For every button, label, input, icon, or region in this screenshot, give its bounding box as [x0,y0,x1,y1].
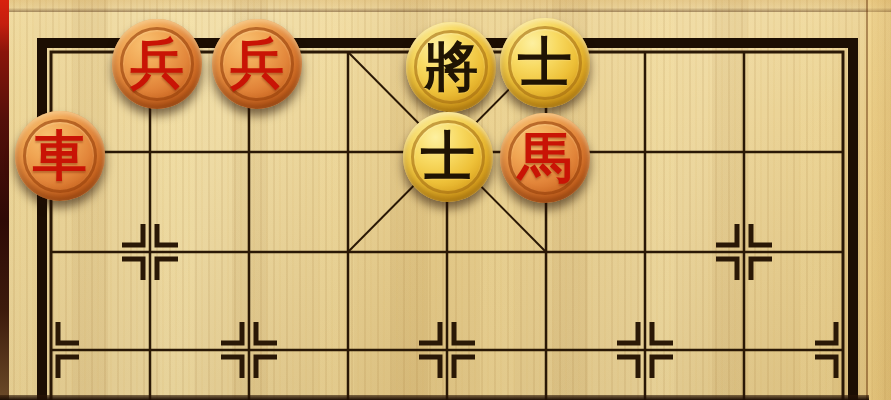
piece-red-horse-f2[interactable]: 馬 [500,113,590,203]
piece-character: 兵 [230,37,284,91]
piece-black-advisor-f1[interactable]: 士 [500,18,590,108]
piece-character: 士 [421,130,475,184]
piece-character: 士 [518,36,572,90]
piece-character: 車 [33,129,87,183]
piece-character: 兵 [130,37,184,91]
piece-character: 將 [424,40,478,94]
piece-red-chariot-a2[interactable]: 車 [15,111,105,201]
piece-red-soldier-c1[interactable]: 兵 [212,19,302,109]
piece-character: 馬 [518,131,572,185]
piece-black-advisor-e2[interactable]: 士 [403,112,493,202]
piece-red-soldier-b1[interactable]: 兵 [112,19,202,109]
xiangqi-app-window: 兵兵將士車士馬 [0,0,891,400]
board-bottom-shadow-edge [0,395,869,400]
piece-black-general-e1[interactable]: 將 [406,22,496,112]
